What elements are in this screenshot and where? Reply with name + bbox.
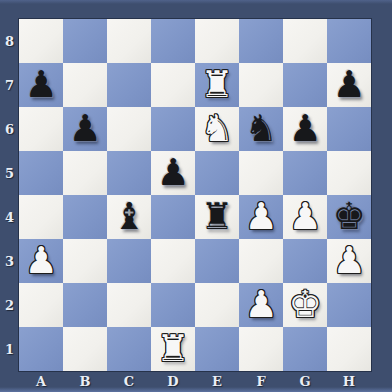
square-a3[interactable]: ♟	[19, 239, 63, 283]
square-f8[interactable]	[239, 19, 283, 63]
rank-label-5: 5	[0, 151, 19, 195]
square-e6[interactable]: ♞	[195, 107, 239, 151]
square-a6[interactable]	[19, 107, 63, 151]
piece-white-knight[interactable]: ♞	[200, 107, 233, 151]
square-a1[interactable]	[19, 327, 63, 371]
piece-black-king[interactable]: ♚	[332, 195, 365, 239]
square-h2[interactable]	[327, 283, 371, 327]
square-d8[interactable]	[151, 19, 195, 63]
square-a7[interactable]: ♟	[19, 63, 63, 107]
square-h6[interactable]	[327, 107, 371, 151]
square-f5[interactable]	[239, 151, 283, 195]
piece-white-pawn[interactable]: ♟	[332, 239, 365, 283]
square-a8[interactable]	[19, 19, 63, 63]
square-g1[interactable]	[283, 327, 327, 371]
square-b3[interactable]	[63, 239, 107, 283]
square-f6[interactable]: ♞	[239, 107, 283, 151]
file-label-f: F	[239, 371, 283, 392]
square-e8[interactable]	[195, 19, 239, 63]
piece-white-rook[interactable]: ♜	[200, 63, 233, 107]
rank-label-6: 6	[0, 107, 19, 151]
square-a4[interactable]	[19, 195, 63, 239]
square-g6[interactable]: ♟	[283, 107, 327, 151]
square-e4[interactable]: ♜	[195, 195, 239, 239]
square-d7[interactable]	[151, 63, 195, 107]
file-label-d: D	[151, 371, 195, 392]
square-b4[interactable]	[63, 195, 107, 239]
square-f4[interactable]: ♟	[239, 195, 283, 239]
square-a5[interactable]	[19, 151, 63, 195]
square-c8[interactable]	[107, 19, 151, 63]
square-b1[interactable]	[63, 327, 107, 371]
square-c3[interactable]	[107, 239, 151, 283]
square-e3[interactable]	[195, 239, 239, 283]
square-b6[interactable]: ♟	[63, 107, 107, 151]
square-g5[interactable]	[283, 151, 327, 195]
square-c1[interactable]	[107, 327, 151, 371]
square-c6[interactable]	[107, 107, 151, 151]
square-b5[interactable]	[63, 151, 107, 195]
square-h8[interactable]	[327, 19, 371, 63]
file-labels: ABCDEFGH	[19, 371, 371, 392]
square-h1[interactable]	[327, 327, 371, 371]
square-d5[interactable]: ♟	[151, 151, 195, 195]
square-f3[interactable]	[239, 239, 283, 283]
chess-board: ♟♜♟♟♞♞♟♟♝♜♟♟♚♟♟♟♚♜	[19, 19, 371, 371]
square-f7[interactable]	[239, 63, 283, 107]
piece-black-pawn[interactable]: ♟	[24, 63, 57, 107]
piece-black-pawn[interactable]: ♟	[288, 107, 321, 151]
square-c4[interactable]: ♝	[107, 195, 151, 239]
square-f1[interactable]	[239, 327, 283, 371]
square-h7[interactable]: ♟	[327, 63, 371, 107]
square-h4[interactable]: ♚	[327, 195, 371, 239]
square-g8[interactable]	[283, 19, 327, 63]
square-d3[interactable]	[151, 239, 195, 283]
square-h3[interactable]: ♟	[327, 239, 371, 283]
chess-board-frame: 87654321 ♟♜♟♟♞♞♟♟♝♜♟♟♚♟♟♟♚♜ ABCDEFGH	[0, 0, 392, 392]
piece-white-pawn[interactable]: ♟	[288, 195, 321, 239]
square-g3[interactable]	[283, 239, 327, 283]
rank-label-3: 3	[0, 239, 19, 283]
square-c2[interactable]	[107, 283, 151, 327]
square-a2[interactable]	[19, 283, 63, 327]
file-label-g: G	[283, 371, 327, 392]
square-h5[interactable]	[327, 151, 371, 195]
rank-label-8: 8	[0, 19, 19, 63]
piece-black-pawn[interactable]: ♟	[68, 107, 101, 151]
piece-black-knight[interactable]: ♞	[244, 107, 277, 151]
piece-black-bishop[interactable]: ♝	[112, 195, 145, 239]
rank-label-4: 4	[0, 195, 19, 239]
square-b7[interactable]	[63, 63, 107, 107]
file-label-a: A	[19, 371, 63, 392]
square-c7[interactable]	[107, 63, 151, 107]
square-e1[interactable]	[195, 327, 239, 371]
square-b8[interactable]	[63, 19, 107, 63]
file-label-c: C	[107, 371, 151, 392]
rank-label-1: 1	[0, 327, 19, 371]
square-g2[interactable]: ♚	[283, 283, 327, 327]
file-label-h: H	[327, 371, 371, 392]
rank-label-7: 7	[0, 63, 19, 107]
piece-white-pawn[interactable]: ♟	[244, 195, 277, 239]
square-b2[interactable]	[63, 283, 107, 327]
piece-white-pawn[interactable]: ♟	[24, 239, 57, 283]
piece-black-rook[interactable]: ♜	[200, 195, 233, 239]
rank-labels: 87654321	[0, 19, 19, 371]
file-label-b: B	[63, 371, 107, 392]
piece-white-pawn[interactable]: ♟	[244, 283, 277, 327]
square-c5[interactable]	[107, 151, 151, 195]
rank-label-2: 2	[0, 283, 19, 327]
square-d1[interactable]: ♜	[151, 327, 195, 371]
square-d2[interactable]	[151, 283, 195, 327]
square-g4[interactable]: ♟	[283, 195, 327, 239]
piece-black-pawn[interactable]: ♟	[156, 151, 189, 195]
piece-black-pawn[interactable]: ♟	[332, 63, 365, 107]
square-f2[interactable]: ♟	[239, 283, 283, 327]
piece-white-rook[interactable]: ♜	[156, 327, 189, 371]
square-g7[interactable]	[283, 63, 327, 107]
square-d4[interactable]	[151, 195, 195, 239]
square-e5[interactable]	[195, 151, 239, 195]
square-d6[interactable]	[151, 107, 195, 151]
file-label-e: E	[195, 371, 239, 392]
square-e2[interactable]	[195, 283, 239, 327]
piece-white-king[interactable]: ♚	[288, 283, 321, 327]
square-e7[interactable]: ♜	[195, 63, 239, 107]
